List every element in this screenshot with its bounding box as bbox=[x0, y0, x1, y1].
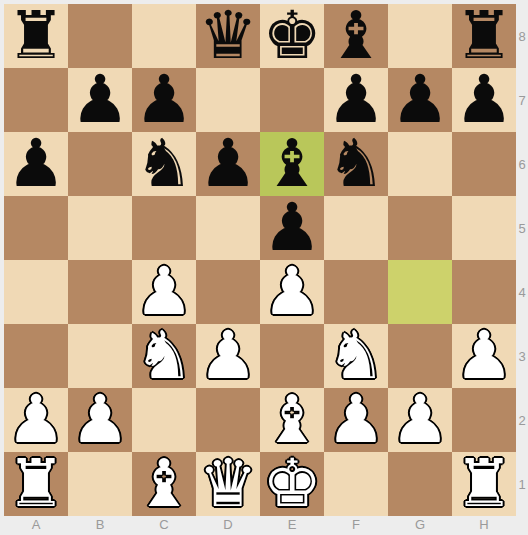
square-g7[interactable]: ♟ bbox=[388, 68, 452, 132]
square-c1[interactable]: ♝ bbox=[132, 452, 196, 516]
square-c8[interactable] bbox=[132, 4, 196, 68]
square-d6[interactable]: ♟ bbox=[196, 132, 260, 196]
square-d8[interactable]: ♛ bbox=[196, 4, 260, 68]
square-c7[interactable]: ♟ bbox=[132, 68, 196, 132]
square-d5[interactable] bbox=[196, 196, 260, 260]
rank-label-8: 8 bbox=[516, 4, 528, 68]
piece-black-king[interactable]: ♚ bbox=[262, 4, 321, 68]
square-e3[interactable] bbox=[260, 324, 324, 388]
square-e4[interactable]: ♟ bbox=[260, 260, 324, 324]
rank-label-4: 4 bbox=[516, 260, 528, 324]
square-b8[interactable] bbox=[68, 4, 132, 68]
square-h6[interactable] bbox=[452, 132, 516, 196]
square-a2[interactable]: ♟ bbox=[4, 388, 68, 452]
square-a6[interactable]: ♟ bbox=[4, 132, 68, 196]
square-d1[interactable]: ♛ bbox=[196, 452, 260, 516]
square-h8[interactable]: ♜ bbox=[452, 4, 516, 68]
square-b1[interactable] bbox=[68, 452, 132, 516]
piece-white-pawn[interactable]: ♟ bbox=[134, 260, 193, 324]
piece-black-pawn[interactable]: ♟ bbox=[198, 132, 257, 196]
rank-coordinates: 87654321 bbox=[516, 4, 528, 516]
square-e6[interactable]: ♝ bbox=[260, 132, 324, 196]
piece-white-pawn[interactable]: ♟ bbox=[70, 388, 129, 452]
square-b4[interactable] bbox=[68, 260, 132, 324]
piece-black-rook[interactable]: ♜ bbox=[6, 4, 65, 68]
piece-black-pawn[interactable]: ♟ bbox=[70, 68, 129, 132]
piece-white-rook[interactable]: ♜ bbox=[454, 452, 513, 516]
square-b2[interactable]: ♟ bbox=[68, 388, 132, 452]
piece-black-rook[interactable]: ♜ bbox=[454, 4, 513, 68]
file-label-a: A bbox=[4, 516, 68, 535]
square-h3[interactable]: ♟ bbox=[452, 324, 516, 388]
square-d2[interactable] bbox=[196, 388, 260, 452]
rank-label-1: 1 bbox=[516, 452, 528, 516]
square-e7[interactable] bbox=[260, 68, 324, 132]
piece-black-pawn[interactable]: ♟ bbox=[262, 196, 321, 260]
square-c5[interactable] bbox=[132, 196, 196, 260]
square-d3[interactable]: ♟ bbox=[196, 324, 260, 388]
square-a8[interactable]: ♜ bbox=[4, 4, 68, 68]
piece-white-pawn[interactable]: ♟ bbox=[198, 324, 257, 388]
piece-black-pawn[interactable]: ♟ bbox=[6, 132, 65, 196]
square-g8[interactable] bbox=[388, 4, 452, 68]
file-coordinates: ABCDEFGH bbox=[4, 516, 516, 535]
square-b3[interactable] bbox=[68, 324, 132, 388]
piece-black-knight[interactable]: ♞ bbox=[134, 132, 193, 196]
square-h1[interactable]: ♜ bbox=[452, 452, 516, 516]
piece-white-pawn[interactable]: ♟ bbox=[6, 388, 65, 452]
square-d7[interactable] bbox=[196, 68, 260, 132]
square-g2[interactable]: ♟ bbox=[388, 388, 452, 452]
square-f1[interactable] bbox=[324, 452, 388, 516]
chess-board: ♜♛♚♝♜♟♟♟♟♟♟♞♟♝♞♟♟♟♞♟♞♟♟♟♝♟♟♜♝♛♚♜ bbox=[4, 4, 516, 516]
rank-label-2: 2 bbox=[516, 388, 528, 452]
square-f3[interactable]: ♞ bbox=[324, 324, 388, 388]
square-c6[interactable]: ♞ bbox=[132, 132, 196, 196]
square-e1[interactable]: ♚ bbox=[260, 452, 324, 516]
square-g1[interactable] bbox=[388, 452, 452, 516]
piece-black-knight[interactable]: ♞ bbox=[326, 132, 385, 196]
piece-white-knight[interactable]: ♞ bbox=[134, 324, 193, 388]
piece-black-bishop[interactable]: ♝ bbox=[262, 132, 321, 196]
square-f8[interactable]: ♝ bbox=[324, 4, 388, 68]
file-label-c: C bbox=[132, 516, 196, 535]
piece-white-pawn[interactable]: ♟ bbox=[262, 260, 321, 324]
rank-label-6: 6 bbox=[516, 132, 528, 196]
file-label-f: F bbox=[324, 516, 388, 535]
file-label-d: D bbox=[196, 516, 260, 535]
square-c2[interactable] bbox=[132, 388, 196, 452]
piece-white-knight[interactable]: ♞ bbox=[326, 324, 385, 388]
square-a1[interactable]: ♜ bbox=[4, 452, 68, 516]
piece-black-pawn[interactable]: ♟ bbox=[134, 68, 193, 132]
square-f4[interactable] bbox=[324, 260, 388, 324]
square-g3[interactable] bbox=[388, 324, 452, 388]
square-h7[interactable]: ♟ bbox=[452, 68, 516, 132]
square-f7[interactable]: ♟ bbox=[324, 68, 388, 132]
file-label-h: H bbox=[452, 516, 516, 535]
square-a7[interactable] bbox=[4, 68, 68, 132]
file-label-b: B bbox=[68, 516, 132, 535]
file-label-e: E bbox=[260, 516, 324, 535]
piece-black-bishop[interactable]: ♝ bbox=[326, 4, 385, 68]
square-e2[interactable]: ♝ bbox=[260, 388, 324, 452]
square-f6[interactable]: ♞ bbox=[324, 132, 388, 196]
square-c3[interactable]: ♞ bbox=[132, 324, 196, 388]
square-g4[interactable] bbox=[388, 260, 452, 324]
square-f5[interactable] bbox=[324, 196, 388, 260]
square-g5[interactable] bbox=[388, 196, 452, 260]
chess-board-container: ♜♛♚♝♜♟♟♟♟♟♟♞♟♝♞♟♟♟♞♟♞♟♟♟♝♟♟♜♝♛♚♜ 8765432… bbox=[0, 0, 528, 535]
piece-black-pawn[interactable]: ♟ bbox=[454, 68, 513, 132]
square-e8[interactable]: ♚ bbox=[260, 4, 324, 68]
piece-white-pawn[interactable]: ♟ bbox=[326, 388, 385, 452]
file-label-g: G bbox=[388, 516, 452, 535]
square-a4[interactable] bbox=[4, 260, 68, 324]
square-a3[interactable] bbox=[4, 324, 68, 388]
square-c4[interactable]: ♟ bbox=[132, 260, 196, 324]
square-h5[interactable] bbox=[452, 196, 516, 260]
square-a5[interactable] bbox=[4, 196, 68, 260]
piece-black-pawn[interactable]: ♟ bbox=[326, 68, 385, 132]
piece-white-king[interactable]: ♚ bbox=[262, 452, 321, 516]
square-e5[interactable]: ♟ bbox=[260, 196, 324, 260]
piece-white-pawn[interactable]: ♟ bbox=[454, 324, 513, 388]
piece-white-bishop[interactable]: ♝ bbox=[134, 452, 193, 516]
rank-label-7: 7 bbox=[516, 68, 528, 132]
piece-white-bishop[interactable]: ♝ bbox=[262, 388, 321, 452]
rank-label-3: 3 bbox=[516, 324, 528, 388]
square-f2[interactable]: ♟ bbox=[324, 388, 388, 452]
rank-label-5: 5 bbox=[516, 196, 528, 260]
piece-black-queen[interactable]: ♛ bbox=[198, 4, 257, 68]
piece-black-pawn[interactable]: ♟ bbox=[390, 68, 449, 132]
square-h2[interactable] bbox=[452, 388, 516, 452]
square-b6[interactable] bbox=[68, 132, 132, 196]
piece-white-queen[interactable]: ♛ bbox=[198, 452, 257, 516]
square-d4[interactable] bbox=[196, 260, 260, 324]
square-h4[interactable] bbox=[452, 260, 516, 324]
piece-white-rook[interactable]: ♜ bbox=[6, 452, 65, 516]
square-b7[interactable]: ♟ bbox=[68, 68, 132, 132]
square-g6[interactable] bbox=[388, 132, 452, 196]
piece-white-pawn[interactable]: ♟ bbox=[390, 388, 449, 452]
square-b5[interactable] bbox=[68, 196, 132, 260]
